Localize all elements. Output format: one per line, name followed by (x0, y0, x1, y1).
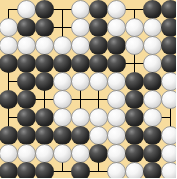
white-stone (71, 108, 90, 127)
black-stone (0, 126, 18, 145)
white-stone (143, 54, 162, 73)
white-stone (89, 108, 108, 127)
black-stone (125, 144, 144, 163)
white-stone (107, 18, 126, 37)
black-stone (89, 0, 108, 19)
black-stone (143, 72, 162, 91)
white-stone (107, 162, 126, 179)
white-stone (53, 108, 72, 127)
white-stone (161, 72, 177, 91)
black-stone (17, 54, 36, 73)
black-stone (107, 36, 126, 55)
white-stone (53, 90, 72, 109)
white-stone (161, 90, 177, 109)
white-stone (143, 18, 162, 37)
white-stone (89, 72, 108, 91)
white-stone (17, 0, 36, 19)
white-stone (89, 126, 108, 145)
white-stone (107, 72, 126, 91)
white-stone (107, 144, 126, 163)
black-stone (0, 54, 18, 73)
black-stone (53, 54, 72, 73)
white-stone (125, 36, 144, 55)
black-stone (71, 126, 90, 145)
white-stone (53, 144, 72, 163)
black-stone (35, 162, 54, 179)
black-stone (161, 0, 177, 19)
black-stone (125, 90, 144, 109)
black-stone (143, 0, 162, 19)
black-stone (161, 54, 177, 73)
black-stone (161, 18, 177, 37)
black-stone (125, 126, 144, 145)
black-stone (143, 144, 162, 163)
white-stone (161, 144, 177, 163)
black-stone (107, 54, 126, 73)
black-stone (17, 90, 36, 109)
black-stone (35, 0, 54, 19)
white-stone (143, 36, 162, 55)
black-stone (35, 72, 54, 91)
black-stone (89, 18, 108, 37)
white-stone (0, 18, 18, 37)
black-stone (71, 162, 90, 179)
black-stone (143, 162, 162, 179)
white-stone (107, 0, 126, 19)
white-stone (53, 72, 72, 91)
black-stone (17, 126, 36, 145)
white-stone (161, 162, 177, 179)
black-stone (35, 18, 54, 37)
black-stone (0, 162, 18, 179)
black-stone (17, 18, 36, 37)
white-stone (125, 162, 144, 179)
black-stone (89, 144, 108, 163)
white-stone (17, 144, 36, 163)
white-stone (71, 36, 90, 55)
white-stone (0, 36, 18, 55)
black-stone (53, 126, 72, 145)
black-stone (161, 36, 177, 55)
white-stone (107, 126, 126, 145)
white-stone (107, 90, 126, 109)
black-stone (17, 162, 36, 179)
black-stone (89, 36, 108, 55)
black-stone (17, 72, 36, 91)
black-stone (17, 108, 36, 127)
black-stone (125, 108, 144, 127)
white-stone (71, 144, 90, 163)
white-stone (71, 18, 90, 37)
white-stone (0, 144, 18, 163)
white-stone (35, 36, 54, 55)
white-stone (71, 72, 90, 91)
white-stone (17, 36, 36, 55)
black-stone (35, 54, 54, 73)
black-stone (0, 90, 18, 109)
white-stone (53, 36, 72, 55)
white-stone (71, 0, 90, 19)
black-stone (71, 54, 90, 73)
black-stone (143, 126, 162, 145)
white-stone (143, 90, 162, 109)
white-stone (35, 144, 54, 163)
white-stone (161, 126, 177, 145)
black-stone (125, 72, 144, 91)
black-stone (35, 126, 54, 145)
white-stone (107, 108, 126, 127)
black-stone (89, 54, 108, 73)
go-board[interactable] (0, 0, 176, 178)
white-stone (125, 18, 144, 37)
white-stone (143, 108, 162, 127)
black-stone (35, 108, 54, 127)
